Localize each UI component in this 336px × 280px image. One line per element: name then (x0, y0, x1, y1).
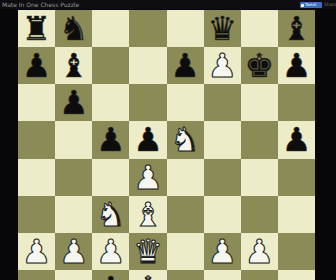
square-h8[interactable]: ♝ (278, 10, 315, 47)
square-h6[interactable] (278, 84, 315, 121)
square-c1[interactable]: ♝ (92, 270, 129, 280)
piece-black-king[interactable]: ♚ (245, 47, 275, 84)
piece-white-queen[interactable]: ♛ (133, 233, 163, 270)
square-b2[interactable]: ♟ (55, 233, 92, 270)
square-b1[interactable] (55, 270, 92, 280)
square-f7[interactable]: ♟ (204, 47, 241, 84)
square-c5[interactable]: ♟ (92, 121, 129, 158)
tweet-button-label: Tweet (305, 3, 317, 7)
square-a1[interactable] (18, 270, 55, 280)
piece-black-bishop[interactable]: ♝ (282, 10, 312, 47)
piece-white-pawn[interactable]: ♟ (22, 233, 52, 270)
square-f4[interactable] (204, 159, 241, 196)
square-h1[interactable] (278, 270, 315, 280)
square-e5[interactable]: ♞ (167, 121, 204, 158)
piece-black-rook[interactable]: ♜ (22, 10, 52, 47)
square-h2[interactable] (278, 233, 315, 270)
square-e4[interactable] (167, 159, 204, 196)
square-g3[interactable] (241, 196, 278, 233)
square-b4[interactable] (55, 159, 92, 196)
square-g2[interactable]: ♟ (241, 233, 278, 270)
square-e1[interactable] (167, 270, 204, 280)
piece-white-knight[interactable]: ♞ (170, 121, 200, 158)
square-d2[interactable]: ♛ (129, 233, 166, 270)
square-g6[interactable] (241, 84, 278, 121)
square-f3[interactable] (204, 196, 241, 233)
square-e7[interactable]: ♟ (167, 47, 204, 84)
square-a7[interactable]: ♟ (18, 47, 55, 84)
piece-white-bishop[interactable]: ♝ (133, 196, 163, 233)
square-f1[interactable] (204, 270, 241, 280)
title-bar: Mate In One Chess Puzzle Tweet Share (0, 0, 336, 9)
square-e8[interactable] (167, 10, 204, 47)
square-e2[interactable] (167, 233, 204, 270)
square-e3[interactable] (167, 196, 204, 233)
square-c7[interactable] (92, 47, 129, 84)
square-d6[interactable] (129, 84, 166, 121)
square-c8[interactable] (92, 10, 129, 47)
square-a8[interactable]: ♜ (18, 10, 55, 47)
piece-black-pawn[interactable]: ♟ (22, 47, 52, 84)
square-b8[interactable]: ♞ (55, 10, 92, 47)
piece-black-pawn[interactable]: ♟ (133, 121, 163, 158)
piece-black-pawn[interactable]: ♟ (170, 47, 200, 84)
piece-black-bishop[interactable]: ♝ (59, 47, 89, 84)
square-f8[interactable]: ♛ (204, 10, 241, 47)
tweet-share-button[interactable]: Tweet (300, 2, 322, 8)
piece-white-knight[interactable]: ♞ (96, 196, 126, 233)
square-c2[interactable]: ♟ (92, 233, 129, 270)
square-d7[interactable] (129, 47, 166, 84)
piece-white-pawn[interactable]: ♟ (207, 47, 237, 84)
page-title: Mate In One Chess Puzzle (2, 1, 79, 8)
square-c6[interactable] (92, 84, 129, 121)
piece-white-pawn[interactable]: ♟ (59, 233, 89, 270)
square-a4[interactable] (18, 159, 55, 196)
square-h3[interactable] (278, 196, 315, 233)
square-h7[interactable]: ♟ (278, 47, 315, 84)
square-c3[interactable]: ♞ (92, 196, 129, 233)
square-b5[interactable] (55, 121, 92, 158)
piece-white-pawn[interactable]: ♟ (245, 233, 275, 270)
chess-board: ♜♞♛♝♟♝♟♟♚♟♟♟♟♞♟♟♞♝♟♟♟♛♟♟♝♚ (18, 10, 315, 280)
piece-black-pawn[interactable]: ♟ (96, 121, 126, 158)
square-h4[interactable] (278, 159, 315, 196)
piece-black-pawn[interactable]: ♟ (282, 121, 312, 158)
square-b6[interactable]: ♟ (55, 84, 92, 121)
square-e6[interactable] (167, 84, 204, 121)
square-d4[interactable]: ♟ (129, 159, 166, 196)
piece-black-pawn[interactable]: ♟ (282, 47, 312, 84)
square-d3[interactable]: ♝ (129, 196, 166, 233)
square-a2[interactable]: ♟ (18, 233, 55, 270)
piece-black-queen[interactable]: ♛ (207, 10, 237, 47)
square-a5[interactable] (18, 121, 55, 158)
square-b3[interactable] (55, 196, 92, 233)
share-link[interactable]: Share (324, 2, 336, 8)
tweet-bird-icon (301, 4, 304, 7)
square-g1[interactable] (241, 270, 278, 280)
square-f2[interactable]: ♟ (204, 233, 241, 270)
piece-white-pawn[interactable]: ♟ (96, 233, 126, 270)
square-h5[interactable]: ♟ (278, 121, 315, 158)
piece-white-pawn[interactable]: ♟ (207, 233, 237, 270)
square-a6[interactable] (18, 84, 55, 121)
square-d1[interactable]: ♚ (129, 270, 166, 280)
square-f6[interactable] (204, 84, 241, 121)
square-d5[interactable]: ♟ (129, 121, 166, 158)
piece-black-pawn[interactable]: ♟ (59, 84, 89, 121)
square-g7[interactable]: ♚ (241, 47, 278, 84)
square-g5[interactable] (241, 121, 278, 158)
square-d8[interactable] (129, 10, 166, 47)
piece-black-bishop[interactable]: ♝ (96, 270, 126, 280)
square-c4[interactable] (92, 159, 129, 196)
piece-black-knight[interactable]: ♞ (59, 10, 89, 47)
piece-white-pawn[interactable]: ♟ (133, 159, 163, 196)
piece-white-king[interactable]: ♚ (133, 270, 163, 280)
square-f5[interactable] (204, 121, 241, 158)
square-g8[interactable] (241, 10, 278, 47)
square-g4[interactable] (241, 159, 278, 196)
square-a3[interactable] (18, 196, 55, 233)
square-b7[interactable]: ♝ (55, 47, 92, 84)
